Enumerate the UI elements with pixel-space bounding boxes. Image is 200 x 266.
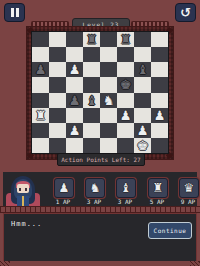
square-b3[interactable]: [49, 108, 66, 123]
square-a5[interactable]: [32, 77, 49, 92]
square-h6[interactable]: [151, 62, 168, 77]
square-f1[interactable]: [117, 138, 134, 153]
square-d8[interactable]: ♜: [83, 32, 100, 47]
avatar: [6, 176, 40, 206]
square-a1[interactable]: [32, 138, 49, 153]
white-knight: ♞: [103, 94, 115, 107]
avatar-face: [17, 184, 29, 193]
square-b2[interactable]: [49, 123, 66, 138]
white-king: ♚: [137, 139, 149, 152]
bottom-ornament: [0, 261, 200, 266]
black-rook: ♜: [86, 33, 98, 46]
square-f2[interactable]: [117, 123, 134, 138]
square-e8[interactable]: [100, 32, 117, 47]
continue-button[interactable]: Continue: [148, 222, 192, 239]
square-c8[interactable]: [66, 32, 83, 47]
square-c2[interactable]: ♟: [66, 123, 83, 138]
lace-divider: [0, 206, 200, 213]
square-h1[interactable]: [151, 138, 168, 153]
avatar-robe: [17, 196, 29, 206]
square-g2[interactable]: ♟: [134, 123, 151, 138]
square-d2[interactable]: [83, 123, 100, 138]
square-g3[interactable]: [134, 108, 151, 123]
shop-cost-rook: 5 AP: [144, 198, 170, 205]
black-pawn: ♟: [69, 94, 81, 107]
shop-item-pawn[interactable]: ♟: [54, 178, 74, 198]
square-g7[interactable]: [134, 47, 151, 62]
square-d3[interactable]: [83, 108, 100, 123]
square-d4[interactable]: ♝: [83, 93, 100, 108]
square-g1[interactable]: ♚: [134, 138, 151, 153]
black-bishop: ♝: [137, 63, 149, 76]
black-pawn: ♟: [35, 63, 47, 76]
action-points-label: Action Points Left: 27: [57, 153, 145, 166]
square-g5[interactable]: [134, 77, 151, 92]
shop-item-bishop[interactable]: ♝: [116, 178, 136, 198]
chess-board[interactable]: ♜♜♟♟♝♚♟♝♞♜♟♟♟♟♚: [31, 31, 169, 154]
square-e5[interactable]: [100, 77, 117, 92]
white-pawn: ♟: [69, 124, 81, 137]
square-c4[interactable]: ♟: [66, 93, 83, 108]
square-f5[interactable]: ♚: [117, 77, 134, 92]
square-a7[interactable]: [32, 47, 49, 62]
lace-corner-left: [0, 261, 10, 266]
knight-icon: ♞: [90, 182, 101, 195]
shop-item-knight[interactable]: ♞: [85, 178, 105, 198]
square-h2[interactable]: [151, 123, 168, 138]
bishop-icon: ♝: [121, 182, 132, 195]
dialogue-text: Hmm...: [11, 220, 42, 228]
square-e3[interactable]: [100, 108, 117, 123]
white-rook: ♜: [35, 109, 47, 122]
toolbar: ♟1 AP♞3 AP♝3 AP♜5 AP♛9 AP: [3, 172, 197, 206]
shop-cost-queen: 9 AP: [175, 198, 200, 205]
pause-button[interactable]: [4, 3, 25, 22]
shop-cost-knight: 3 AP: [81, 198, 107, 205]
square-f6[interactable]: [117, 62, 134, 77]
square-d7[interactable]: [83, 47, 100, 62]
black-king: ♚: [120, 78, 132, 91]
square-a8[interactable]: [32, 32, 49, 47]
restart-button[interactable]: ↻: [175, 3, 196, 22]
square-b4[interactable]: [49, 93, 66, 108]
square-a2[interactable]: [32, 123, 49, 138]
square-d1[interactable]: [83, 138, 100, 153]
square-b5[interactable]: [49, 77, 66, 92]
square-e7[interactable]: [100, 47, 117, 62]
shop-cost-bishop: 3 AP: [112, 198, 138, 205]
square-g4[interactable]: [134, 93, 151, 108]
black-bishop: ♝: [86, 94, 98, 107]
white-pawn: ♟: [69, 63, 81, 76]
square-h4[interactable]: [151, 93, 168, 108]
square-c6[interactable]: ♟: [66, 62, 83, 77]
square-d5[interactable]: [83, 77, 100, 92]
square-b7[interactable]: [49, 47, 66, 62]
game-screen: ↻ Level 23 ♜♜♟♟♝♚♟♝♞♜♟♟♟♟♚ Action Points…: [0, 0, 200, 266]
square-e4[interactable]: ♞: [100, 93, 117, 108]
shop-item-rook[interactable]: ♜: [148, 178, 168, 198]
square-b6[interactable]: [49, 62, 66, 77]
dialogue-panel: Hmm... Continue: [3, 213, 197, 262]
square-h3[interactable]: ♟: [151, 108, 168, 123]
shop-item-queen[interactable]: ♛: [179, 178, 199, 198]
square-f4[interactable]: [117, 93, 134, 108]
square-d6[interactable]: [83, 62, 100, 77]
square-e6[interactable]: [100, 62, 117, 77]
square-c5[interactable]: [66, 77, 83, 92]
square-e1[interactable]: [100, 138, 117, 153]
white-pawn: ♟: [137, 124, 149, 137]
square-c7[interactable]: [66, 47, 83, 62]
square-b1[interactable]: [49, 138, 66, 153]
square-b8[interactable]: [49, 32, 66, 47]
square-g8[interactable]: [134, 32, 151, 47]
pawn-icon: ♟: [59, 182, 70, 195]
white-pawn: ♟: [154, 109, 166, 122]
square-h5[interactable]: [151, 77, 168, 92]
square-f8[interactable]: ♜: [117, 32, 134, 47]
square-e2[interactable]: [100, 123, 117, 138]
square-h8[interactable]: [151, 32, 168, 47]
shop-cost-pawn: 1 AP: [50, 198, 76, 205]
lace-corner-right: [190, 261, 200, 266]
black-rook: ♜: [120, 33, 132, 46]
square-a3[interactable]: ♜: [32, 108, 49, 123]
square-g6[interactable]: ♝: [134, 62, 151, 77]
square-c3[interactable]: [66, 108, 83, 123]
square-c1[interactable]: [66, 138, 83, 153]
square-a4[interactable]: [32, 93, 49, 108]
square-f7[interactable]: [117, 47, 134, 62]
rook-icon: ♜: [153, 182, 164, 195]
queen-icon: ♛: [184, 182, 195, 195]
square-a6[interactable]: ♟: [32, 62, 49, 77]
square-h7[interactable]: [151, 47, 168, 62]
white-pawn: ♟: [120, 109, 132, 122]
square-f3[interactable]: ♟: [117, 108, 134, 123]
piece-shop: ♟1 AP♞3 AP♝3 AP♜5 AP♛9 AP: [51, 172, 197, 206]
restart-icon: ↻: [180, 6, 191, 19]
pause-icon: [11, 8, 19, 17]
